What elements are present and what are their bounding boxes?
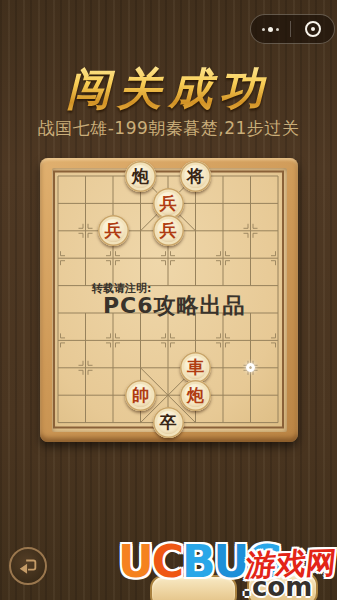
piece-red[interactable]: 帥 (125, 380, 156, 411)
piece-red[interactable]: 兵 (98, 215, 129, 246)
page-title: 闯关成功 (0, 60, 337, 119)
piece-red[interactable]: 兵 (153, 215, 184, 246)
more-button[interactable] (251, 15, 290, 43)
wechat-capsule (250, 14, 335, 44)
piece-red[interactable]: 炮 (180, 380, 211, 411)
exit-button[interactable] (291, 15, 334, 43)
ucbug-logo-com: .com (242, 572, 312, 600)
piece-black[interactable]: 将 (180, 161, 211, 192)
piece-black[interactable]: 卒 (153, 407, 184, 438)
back-button[interactable] (9, 547, 47, 585)
circle-target-icon (305, 21, 321, 37)
dot-icon (276, 28, 279, 31)
back-arrow-icon (17, 555, 39, 577)
dot-icon (268, 27, 273, 32)
level-subtitle: 战国七雄-199朝秦暮楚,21步过关 (0, 117, 337, 140)
piece-red[interactable]: 兵 (153, 188, 184, 219)
piece-black[interactable]: 炮 (125, 161, 156, 192)
dot-icon (262, 28, 265, 31)
watermark-brand: PC6攻略出品 (103, 291, 246, 321)
